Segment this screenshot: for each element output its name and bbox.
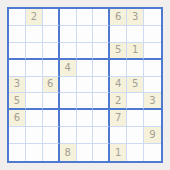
sudoku-cell-r2c6[interactable] (93, 26, 110, 43)
sudoku-cell-r8c5[interactable] (77, 127, 94, 144)
sudoku-cell-r9c9[interactable] (144, 144, 161, 161)
sudoku-cell-r4c2[interactable] (26, 60, 43, 77)
sudoku-cell-r8c8[interactable] (127, 127, 144, 144)
sudoku-cell-r6c8[interactable] (127, 93, 144, 110)
sudoku-cell-r7c3[interactable] (43, 110, 60, 127)
sudoku-cell-r2c2[interactable] (26, 26, 43, 43)
sudoku-cell-r5c7[interactable]: 4 (110, 77, 127, 94)
sudoku-cell-r9c7[interactable]: 1 (110, 144, 127, 161)
sudoku-cell-r4c9[interactable] (144, 60, 161, 77)
sudoku-cell-r3c3[interactable] (43, 43, 60, 60)
sudoku-cell-r1c1[interactable] (9, 9, 26, 26)
sudoku-cell-r8c6[interactable] (93, 127, 110, 144)
sudoku-cell-r8c7[interactable] (110, 127, 127, 144)
sudoku-cell-r3c5[interactable] (77, 43, 94, 60)
sudoku-cell-r7c8[interactable] (127, 110, 144, 127)
sudoku-cell-r8c3[interactable] (43, 127, 60, 144)
sudoku-cell-r1c4[interactable] (60, 9, 77, 26)
sudoku-cell-r3c6[interactable] (93, 43, 110, 60)
sudoku-cell-r1c3[interactable] (43, 9, 60, 26)
sudoku-cell-r5c4[interactable] (60, 77, 77, 94)
sudoku-cell-r8c9[interactable]: 9 (144, 127, 161, 144)
sudoku-cell-r4c8[interactable] (127, 60, 144, 77)
sudoku-cell-r5c1[interactable]: 3 (9, 77, 26, 94)
sudoku-cell-r7c1[interactable]: 6 (9, 110, 26, 127)
sudoku-cell-r7c2[interactable] (26, 110, 43, 127)
sudoku-cell-r3c7[interactable]: 5 (110, 43, 127, 60)
sudoku-cell-r6c9[interactable]: 3 (144, 93, 161, 110)
sudoku-cell-r9c3[interactable] (43, 144, 60, 161)
sudoku-cell-r8c1[interactable] (9, 127, 26, 144)
sudoku-cell-r3c4[interactable] (60, 43, 77, 60)
sudoku-cell-r9c1[interactable] (9, 144, 26, 161)
sudoku-cell-r4c7[interactable] (110, 60, 127, 77)
sudoku-cell-r5c3[interactable]: 6 (43, 77, 60, 94)
sudoku-cell-r2c1[interactable] (9, 26, 26, 43)
sudoku-cell-r4c1[interactable] (9, 60, 26, 77)
sudoku-cell-r2c3[interactable] (43, 26, 60, 43)
sudoku-cell-r9c6[interactable] (93, 144, 110, 161)
page-background: 263514364552367981 (0, 0, 170, 170)
sudoku-cell-r9c5[interactable] (77, 144, 94, 161)
sudoku-cell-r4c5[interactable] (77, 60, 94, 77)
sudoku-cell-r9c8[interactable] (127, 144, 144, 161)
sudoku-cell-r6c7[interactable]: 2 (110, 93, 127, 110)
sudoku-cell-r6c1[interactable]: 5 (9, 93, 26, 110)
sudoku-cell-r1c9[interactable] (144, 9, 161, 26)
sudoku-cell-r2c5[interactable] (77, 26, 94, 43)
sudoku-cell-r7c9[interactable] (144, 110, 161, 127)
sudoku-cell-r1c2[interactable]: 2 (26, 9, 43, 26)
sudoku-cell-r7c5[interactable] (77, 110, 94, 127)
sudoku-cell-r5c9[interactable] (144, 77, 161, 94)
sudoku-cell-r3c1[interactable] (9, 43, 26, 60)
sudoku-cell-r1c7[interactable]: 6 (110, 9, 127, 26)
sudoku-cell-r4c6[interactable] (93, 60, 110, 77)
sudoku-cell-r8c4[interactable] (60, 127, 77, 144)
sudoku-board: 263514364552367981 (7, 7, 163, 163)
sudoku-cell-r2c8[interactable] (127, 26, 144, 43)
sudoku-cell-r5c8[interactable]: 5 (127, 77, 144, 94)
sudoku-cell-r7c7[interactable]: 7 (110, 110, 127, 127)
sudoku-cell-r2c9[interactable] (144, 26, 161, 43)
sudoku-cell-r1c6[interactable] (93, 9, 110, 26)
sudoku-cell-r6c6[interactable] (93, 93, 110, 110)
sudoku-cell-r9c2[interactable] (26, 144, 43, 161)
sudoku-cell-r1c5[interactable] (77, 9, 94, 26)
sudoku-cell-r3c8[interactable]: 1 (127, 43, 144, 60)
sudoku-cell-r1c8[interactable]: 3 (127, 9, 144, 26)
sudoku-cell-r7c6[interactable] (93, 110, 110, 127)
sudoku-cell-r6c5[interactable] (77, 93, 94, 110)
sudoku-cell-r5c5[interactable] (77, 77, 94, 94)
sudoku-cell-r5c2[interactable] (26, 77, 43, 94)
sudoku-cell-r6c2[interactable] (26, 93, 43, 110)
sudoku-cell-r6c3[interactable] (43, 93, 60, 110)
sudoku-cell-r3c9[interactable] (144, 43, 161, 60)
sudoku-cell-r9c4[interactable]: 8 (60, 144, 77, 161)
sudoku-cell-r2c4[interactable] (60, 26, 77, 43)
sudoku-cell-r6c4[interactable] (60, 93, 77, 110)
sudoku-cell-r3c2[interactable] (26, 43, 43, 60)
sudoku-cell-r7c4[interactable] (60, 110, 77, 127)
sudoku-cell-r4c4[interactable]: 4 (60, 60, 77, 77)
sudoku-cell-r5c6[interactable] (93, 77, 110, 94)
sudoku-cell-r8c2[interactable] (26, 127, 43, 144)
sudoku-cell-r2c7[interactable] (110, 26, 127, 43)
sudoku-cell-r4c3[interactable] (43, 60, 60, 77)
